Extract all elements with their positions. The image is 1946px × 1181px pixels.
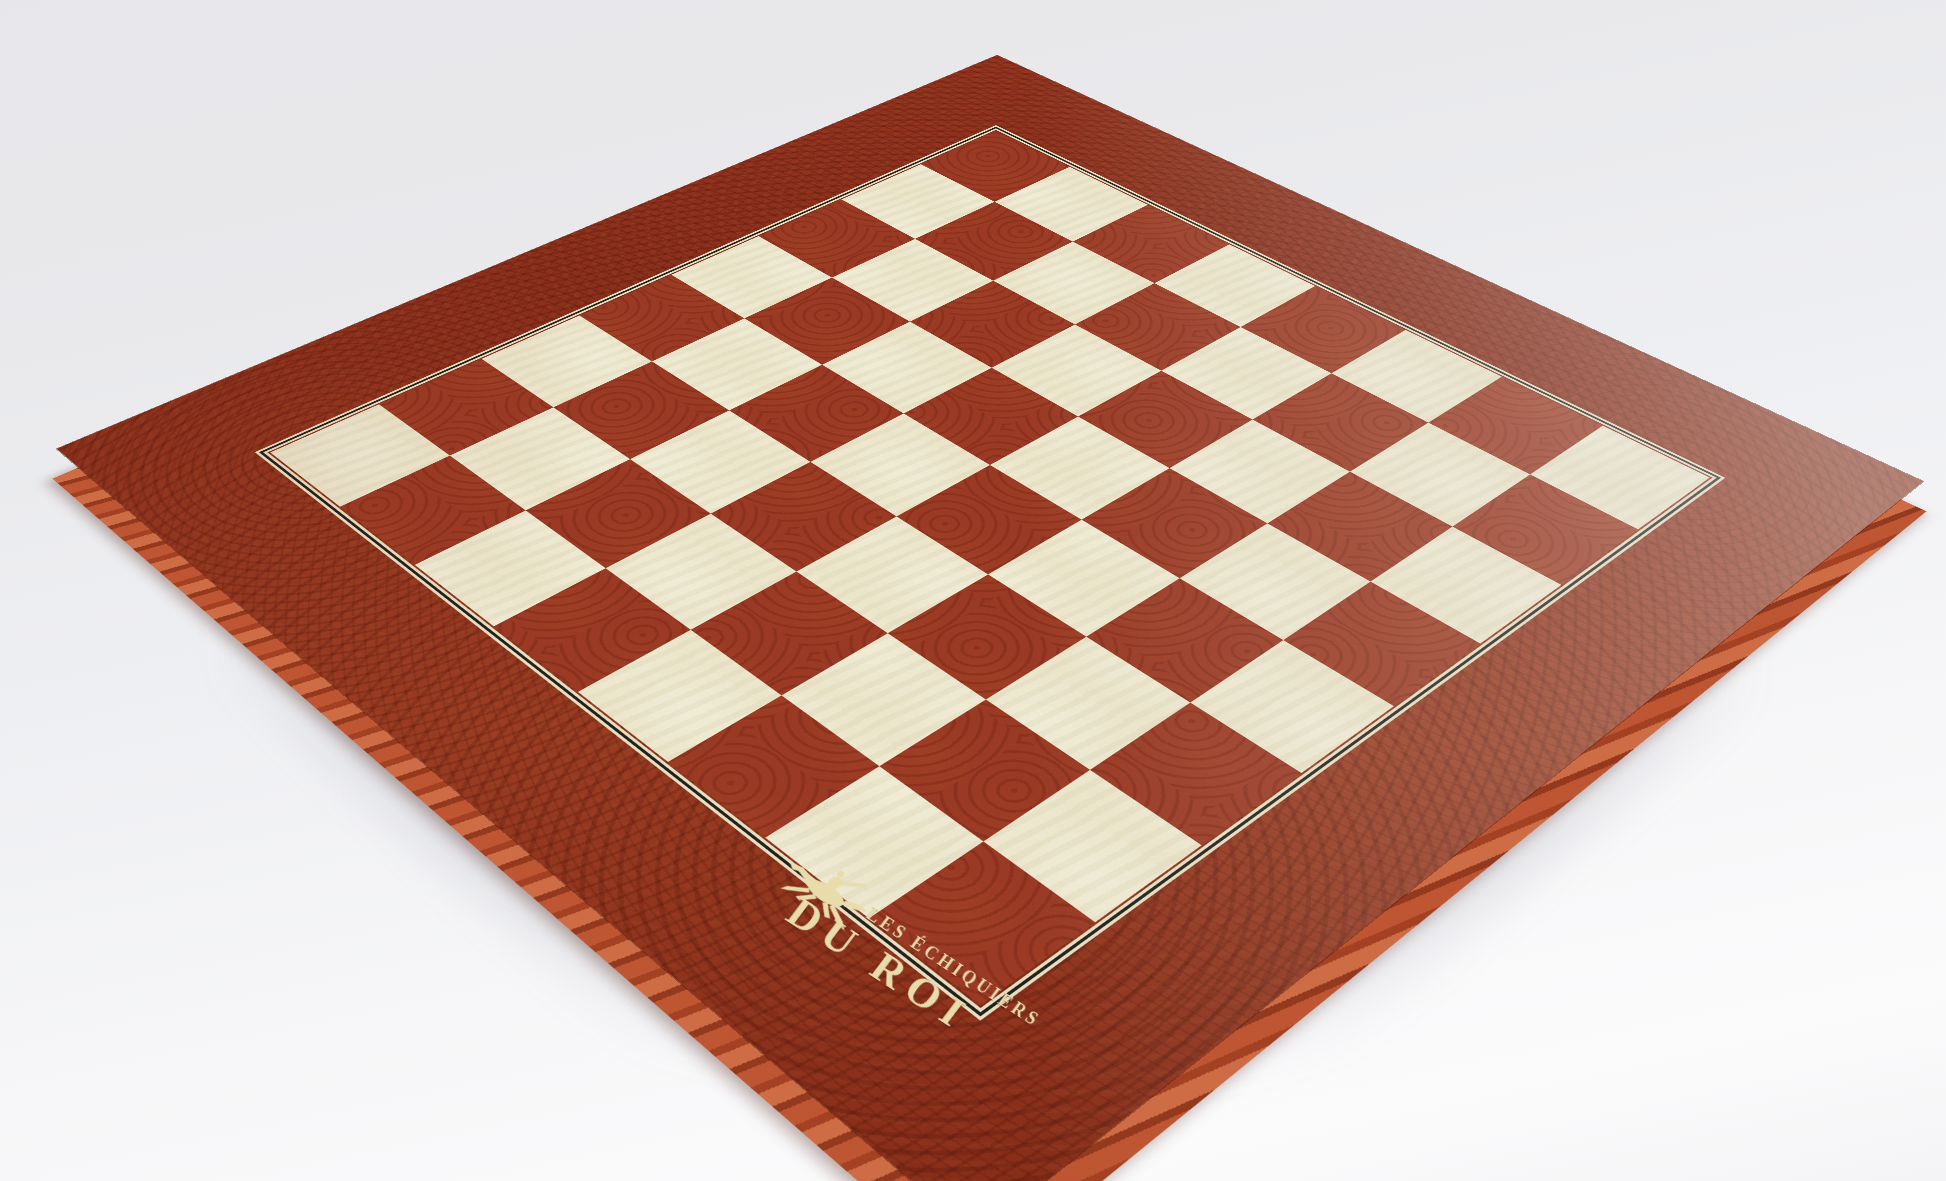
product-photo-scene: LES ÉCHIQUIERS DU ROI <box>0 0 1946 1181</box>
